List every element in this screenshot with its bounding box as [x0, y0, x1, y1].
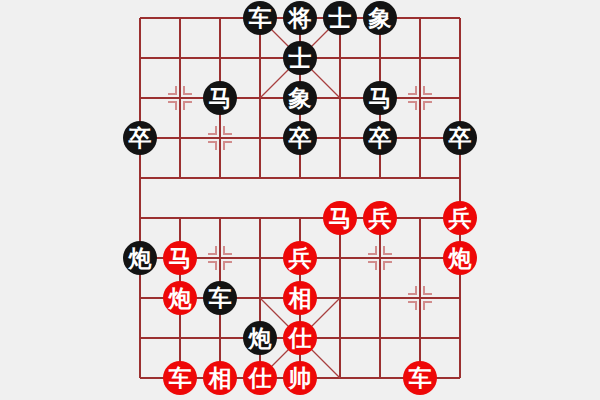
red-elephant[interactable]: 相: [283, 281, 317, 315]
black-general[interactable]: 将: [283, 1, 317, 35]
black-soldier[interactable]: 卒: [283, 121, 317, 155]
black-soldier[interactable]: 卒: [443, 121, 477, 155]
red-horse[interactable]: 马: [163, 241, 197, 275]
black-advisor[interactable]: 士: [283, 41, 317, 75]
black-chariot[interactable]: 车: [243, 1, 277, 35]
pieces-layer: 车将士象士马象马卒卒卒卒炮车炮马兵兵马兵炮炮相仕车相仕帅车: [0, 0, 600, 400]
black-soldier[interactable]: 卒: [123, 121, 157, 155]
red-chariot[interactable]: 车: [403, 361, 437, 395]
black-soldier[interactable]: 卒: [363, 121, 397, 155]
red-advisor[interactable]: 仕: [283, 321, 317, 355]
red-advisor[interactable]: 仕: [243, 361, 277, 395]
red-soldier[interactable]: 兵: [283, 241, 317, 275]
red-soldier[interactable]: 兵: [363, 201, 397, 235]
black-cannon[interactable]: 炮: [123, 241, 157, 275]
black-chariot[interactable]: 车: [203, 281, 237, 315]
black-horse[interactable]: 马: [203, 81, 237, 115]
red-cannon[interactable]: 炮: [443, 241, 477, 275]
black-cannon[interactable]: 炮: [243, 321, 277, 355]
red-soldier[interactable]: 兵: [443, 201, 477, 235]
black-elephant[interactable]: 象: [363, 1, 397, 35]
red-horse[interactable]: 马: [323, 201, 357, 235]
red-elephant[interactable]: 相: [203, 361, 237, 395]
xiangqi-board: 车将士象士马象马卒卒卒卒炮车炮马兵兵马兵炮炮相仕车相仕帅车: [0, 0, 600, 400]
red-general[interactable]: 帅: [283, 361, 317, 395]
black-advisor[interactable]: 士: [323, 1, 357, 35]
red-cannon[interactable]: 炮: [163, 281, 197, 315]
black-horse[interactable]: 马: [363, 81, 397, 115]
red-chariot[interactable]: 车: [163, 361, 197, 395]
black-elephant[interactable]: 象: [283, 81, 317, 115]
